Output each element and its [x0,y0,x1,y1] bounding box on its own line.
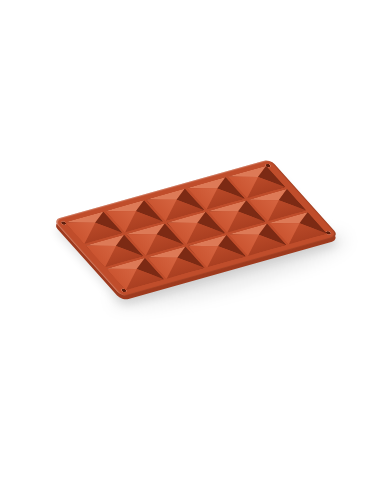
cavity-grid [65,166,328,291]
product-photo-canvas [0,0,381,492]
